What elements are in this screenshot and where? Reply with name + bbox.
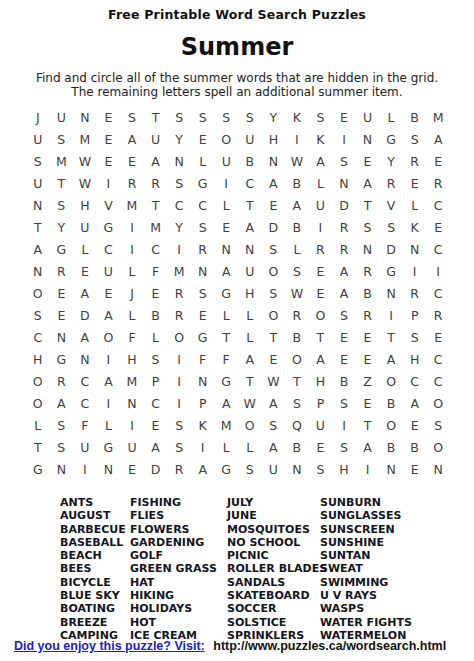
grid-cell: I xyxy=(332,414,356,436)
word-list-item: MOSQUITOES xyxy=(227,523,320,536)
grid-cell: U xyxy=(262,458,286,480)
grid-cell: U xyxy=(309,414,333,436)
grid-cell: E xyxy=(403,414,427,436)
grid-cell: A xyxy=(262,172,286,194)
grid-cell: U xyxy=(238,260,262,282)
grid-cell: T xyxy=(238,194,262,216)
grid-cell: S xyxy=(262,238,286,260)
grid-cell: H xyxy=(309,370,333,392)
grid-cell: L xyxy=(309,172,333,194)
grid-cell: K xyxy=(285,106,309,128)
footer: Did you enjoy this puzzle? Visit: http:/… xyxy=(14,639,446,653)
grid-cell: B xyxy=(285,216,309,238)
word-list-item: NO SCHOOL xyxy=(227,536,320,549)
grid-cell: A xyxy=(426,128,450,150)
site-header: Free Printable Word Search Puzzles xyxy=(0,0,474,22)
grid-cell: W xyxy=(285,150,309,172)
grid-cell: Y xyxy=(50,216,74,238)
word-list-item: BEES xyxy=(60,562,130,575)
word-list-item: SANDALS xyxy=(227,576,320,589)
grid-cell: R xyxy=(50,370,74,392)
grid-cell: U xyxy=(120,436,144,458)
grid-cell: Y xyxy=(379,150,403,172)
grid-cell: C xyxy=(144,238,168,260)
grid-cell: R xyxy=(167,458,191,480)
grid-cell: A xyxy=(26,238,50,260)
grid-cell: O xyxy=(26,282,50,304)
grid-cell: N xyxy=(379,282,403,304)
grid-cell: S xyxy=(238,106,262,128)
grid-cell: I xyxy=(73,458,97,480)
grid-cell: G xyxy=(379,260,403,282)
grid-cell: K xyxy=(191,414,215,436)
grid-cell: I xyxy=(97,348,121,370)
grid-cell: B xyxy=(332,370,356,392)
grid-cell: U xyxy=(26,128,50,150)
grid-cell: S xyxy=(403,326,427,348)
grid-cell: E xyxy=(332,326,356,348)
word-column: SUNBURNSUNGLASSESSUNSCREENSUNSHINESUNTAN… xyxy=(320,496,470,642)
word-list-item: GARDENING xyxy=(130,536,227,549)
grid-cell: V xyxy=(379,194,403,216)
word-list-item: SUNSHINE xyxy=(320,536,470,549)
grid-cell: T xyxy=(50,172,74,194)
grid-cell: L xyxy=(120,260,144,282)
grid-cell: A xyxy=(356,172,380,194)
grid-cell: R xyxy=(191,238,215,260)
grid-cell: N xyxy=(167,150,191,172)
grid-cell: W xyxy=(262,370,286,392)
grid-cell: N xyxy=(214,238,238,260)
grid-cell: I xyxy=(167,238,191,260)
grid-cell: C xyxy=(426,370,450,392)
grid-cell: A xyxy=(120,128,144,150)
grid-cell: S xyxy=(309,106,333,128)
grid-cell: C xyxy=(167,194,191,216)
word-list-item: WATER FIGHTS xyxy=(320,616,470,629)
word-list-item: BOATING xyxy=(60,602,130,615)
grid-cell: M xyxy=(214,414,238,436)
grid-cell: L xyxy=(214,194,238,216)
grid-cell: L xyxy=(97,414,121,436)
grid-cell: R xyxy=(332,216,356,238)
grid-cell: V xyxy=(97,194,121,216)
page-title: Summer xyxy=(0,33,474,61)
grid-cell: Y xyxy=(167,216,191,238)
word-list-item: PICNIC xyxy=(227,549,320,562)
grid-cell: T xyxy=(309,326,333,348)
word-column: JULYJUNEMOSQUITOESNO SCHOOLPICNICROLLER … xyxy=(227,496,320,642)
grid-cell: F xyxy=(144,260,168,282)
grid-cell: W xyxy=(238,392,262,414)
grid-cell: N xyxy=(238,238,262,260)
grid-cell: G xyxy=(191,172,215,194)
grid-cell: S xyxy=(332,392,356,414)
grid-cell: C xyxy=(426,238,450,260)
grid-cell: N xyxy=(356,238,380,260)
grid-cell: E xyxy=(73,260,97,282)
word-list-item: SUNTAN xyxy=(320,549,470,562)
grid-cell: I xyxy=(120,216,144,238)
grid-cell: E xyxy=(97,150,121,172)
grid-cell: O xyxy=(26,370,50,392)
grid-cell: A xyxy=(97,304,121,326)
grid-cell: S xyxy=(167,436,191,458)
instructions-line-1: Find and circle all of the summer words … xyxy=(0,72,474,86)
grid-cell: E xyxy=(356,348,380,370)
grid-cell: A xyxy=(309,348,333,370)
grid-cell: T xyxy=(144,106,168,128)
grid-cell: L xyxy=(379,106,403,128)
grid-cell: N xyxy=(403,238,427,260)
grid-cell: L xyxy=(73,238,97,260)
instructions: Find and circle all of the summer words … xyxy=(0,72,474,99)
grid-cell: O xyxy=(262,260,286,282)
word-list-item: BASEBALL xyxy=(60,536,130,549)
grid-cell: U xyxy=(356,106,380,128)
word-list-item: HIKING xyxy=(130,589,227,602)
grid-cell: T xyxy=(26,216,50,238)
grid-cell: E xyxy=(356,392,380,414)
grid-cell: I xyxy=(426,260,450,282)
grid-cell: U xyxy=(144,128,168,150)
grid-cell: T xyxy=(356,414,380,436)
word-list-item: SWEAT xyxy=(320,562,470,575)
word-list-item: BEACH xyxy=(60,549,130,562)
grid-cell: B xyxy=(285,172,309,194)
grid-cell: U xyxy=(97,260,121,282)
grid-cell: G xyxy=(214,370,238,392)
grid-cell: N xyxy=(26,260,50,282)
grid-cell: R xyxy=(426,172,450,194)
grid-cell: T xyxy=(26,436,50,458)
grid-cell: S xyxy=(285,260,309,282)
grid-cell: L xyxy=(238,436,262,458)
grid-cell: A xyxy=(332,260,356,282)
grid-cell: C xyxy=(144,392,168,414)
grid-cell: M xyxy=(120,194,144,216)
grid-cell: R xyxy=(167,282,191,304)
grid-cell: R xyxy=(426,304,450,326)
grid-cell: F xyxy=(214,348,238,370)
grid-cell: D xyxy=(73,304,97,326)
grid-cell: O xyxy=(426,436,450,458)
grid-cell: A xyxy=(73,326,97,348)
word-list-item: SOLSTICE xyxy=(227,616,320,629)
word-list-item: SUNSCREEN xyxy=(320,523,470,536)
word-list-item: U V RAYS xyxy=(320,589,470,602)
grid-cell: N xyxy=(120,392,144,414)
grid-cell: O xyxy=(262,304,286,326)
grid-cell: A xyxy=(262,392,286,414)
grid-cell: L xyxy=(214,304,238,326)
grid-cell: F xyxy=(73,414,97,436)
word-column: ANTSAUGUSTBARBECUEBASEBALLBEACHBEESBICYC… xyxy=(60,496,130,642)
grid-cell: A xyxy=(73,282,97,304)
grid-cell: L xyxy=(214,436,238,458)
grid-cell: A xyxy=(191,458,215,480)
grid-cell: D xyxy=(262,216,286,238)
grid-cell: P xyxy=(191,392,215,414)
grid-cell: H xyxy=(403,348,427,370)
grid-cell: E xyxy=(332,348,356,370)
grid-cell: B xyxy=(403,436,427,458)
word-list-item: HAT xyxy=(130,576,227,589)
grid-cell: S xyxy=(50,414,74,436)
grid-cell: O xyxy=(214,128,238,150)
grid-cell: H xyxy=(262,128,286,150)
grid-cell: S xyxy=(167,172,191,194)
grid-wrap: JUNESTSSSSYKSEULBMUSMEAUYEOUHIKINGSASMWE… xyxy=(0,106,474,480)
grid-cell: E xyxy=(356,150,380,172)
grid-cell: R xyxy=(356,304,380,326)
grid-cell: N xyxy=(379,458,403,480)
grid-cell: A xyxy=(309,150,333,172)
word-list-item: FLOWERS xyxy=(130,523,227,536)
grid-cell: B xyxy=(285,436,309,458)
grid-cell: O xyxy=(426,392,450,414)
grid-cell: S xyxy=(50,436,74,458)
grid-cell: E xyxy=(97,282,121,304)
grid-cell: O xyxy=(97,326,121,348)
word-list-item: JULY xyxy=(227,496,320,509)
grid-cell: O xyxy=(26,392,50,414)
word-list-item: AUGUST xyxy=(60,509,130,522)
grid-cell: U xyxy=(238,128,262,150)
grid-cell: N xyxy=(50,458,74,480)
grid-cell: S xyxy=(332,150,356,172)
grid-cell: A xyxy=(379,348,403,370)
grid-cell: R xyxy=(144,172,168,194)
grid-cell: E xyxy=(262,194,286,216)
grid-cell: A xyxy=(97,370,121,392)
word-list-item: BICYCLE xyxy=(60,576,130,589)
grid-cell: E xyxy=(191,304,215,326)
grid-cell: G xyxy=(26,458,50,480)
grid-cell: E xyxy=(120,150,144,172)
grid-cell: I xyxy=(356,458,380,480)
grid-cell: E xyxy=(191,128,215,150)
grid-cell: I xyxy=(332,128,356,150)
grid-cell: K xyxy=(309,128,333,150)
grid-cell: A xyxy=(144,436,168,458)
grid-cell: U xyxy=(73,216,97,238)
grid-cell: N xyxy=(97,458,121,480)
word-list-item: GOLF xyxy=(130,549,227,562)
grid-cell: A xyxy=(214,260,238,282)
grid-cell: A xyxy=(332,282,356,304)
grid-cell: E xyxy=(309,260,333,282)
grid-cell: H xyxy=(120,348,144,370)
grid-cell: M xyxy=(167,260,191,282)
grid-cell: I xyxy=(285,128,309,150)
word-search-grid: JUNESTSSSSYKSEULBMUSMEAUYEOUHIKINGSASMWE… xyxy=(26,106,450,480)
grid-cell: U xyxy=(214,150,238,172)
grid-cell: E xyxy=(309,282,333,304)
word-list-item: HOT xyxy=(130,616,227,629)
word-list: ANTSAUGUSTBARBECUEBASEBALLBEACHBEESBICYC… xyxy=(0,496,474,642)
grid-cell: S xyxy=(50,194,74,216)
grid-cell: U xyxy=(73,436,97,458)
grid-cell: I xyxy=(309,216,333,238)
grid-cell: N xyxy=(285,458,309,480)
grid-cell: Q xyxy=(285,414,309,436)
grid-cell: Y xyxy=(262,106,286,128)
grid-cell: K xyxy=(403,216,427,238)
grid-cell: E xyxy=(309,436,333,458)
grid-cell: H xyxy=(73,194,97,216)
grid-cell: C xyxy=(26,326,50,348)
grid-cell: S xyxy=(191,282,215,304)
word-column: FISHINGFLIESFLOWERSGARDENINGGOLFGREEN GR… xyxy=(130,496,227,642)
word-list-item: ANTS xyxy=(60,496,130,509)
word-list-item: BLUE SKY xyxy=(60,589,130,602)
grid-cell: L xyxy=(285,238,309,260)
grid-cell: E xyxy=(403,172,427,194)
grid-cell: O xyxy=(238,414,262,436)
grid-cell: C xyxy=(73,392,97,414)
grid-cell: S xyxy=(332,304,356,326)
grid-cell: I xyxy=(191,436,215,458)
grid-cell: E xyxy=(426,216,450,238)
grid-cell: R xyxy=(379,172,403,194)
grid-cell: A xyxy=(144,150,168,172)
grid-cell: G xyxy=(97,216,121,238)
grid-cell: I xyxy=(214,172,238,194)
grid-cell: S xyxy=(332,436,356,458)
grid-cell: C xyxy=(426,194,450,216)
grid-cell: M xyxy=(50,150,74,172)
grid-cell: E xyxy=(144,414,168,436)
grid-cell: P xyxy=(403,304,427,326)
grid-cell: T xyxy=(356,194,380,216)
grid-cell: I xyxy=(97,172,121,194)
word-list-item: BREEZE xyxy=(60,616,130,629)
grid-cell: G xyxy=(50,348,74,370)
grid-cell: C xyxy=(403,370,427,392)
grid-cell: N xyxy=(73,106,97,128)
grid-cell: R xyxy=(309,238,333,260)
grid-cell: R xyxy=(50,260,74,282)
grid-cell: S xyxy=(167,414,191,436)
grid-cell: G xyxy=(50,238,74,260)
grid-cell: O xyxy=(285,348,309,370)
grid-cell: H xyxy=(26,348,50,370)
grid-cell: D xyxy=(144,458,168,480)
grid-cell: E xyxy=(426,150,450,172)
grid-cell: I xyxy=(120,238,144,260)
grid-cell: W xyxy=(73,150,97,172)
footer-link[interactable]: Did you enjoy this puzzle? Visit: xyxy=(14,639,205,653)
grid-cell: G xyxy=(191,326,215,348)
grid-cell: R xyxy=(120,172,144,194)
grid-cell: M xyxy=(426,106,450,128)
grid-cell: N xyxy=(73,348,97,370)
grid-cell: C xyxy=(426,282,450,304)
grid-cell: L xyxy=(238,304,262,326)
word-list-item: SUNBURN xyxy=(320,496,470,509)
grid-cell: L xyxy=(238,326,262,348)
grid-cell: H xyxy=(332,458,356,480)
word-list-item: SWIMMING xyxy=(320,576,470,589)
grid-cell: E xyxy=(356,326,380,348)
grid-cell: O xyxy=(309,304,333,326)
grid-cell: S xyxy=(426,414,450,436)
grid-cell: B xyxy=(144,304,168,326)
grid-cell: T xyxy=(238,370,262,392)
grid-cell: A xyxy=(356,436,380,458)
grid-cell: B xyxy=(379,436,403,458)
grid-cell: A xyxy=(238,216,262,238)
grid-cell: E xyxy=(403,458,427,480)
grid-cell: E xyxy=(120,458,144,480)
grid-cell: J xyxy=(120,282,144,304)
word-list-item: ROLLER BLADES xyxy=(227,562,320,575)
grid-cell: S xyxy=(379,216,403,238)
grid-cell: C xyxy=(426,348,450,370)
grid-cell: T xyxy=(262,326,286,348)
grid-cell: O xyxy=(167,326,191,348)
grid-cell: G xyxy=(214,458,238,480)
grid-cell: T xyxy=(285,370,309,392)
grid-cell: I xyxy=(403,260,427,282)
grid-cell: U xyxy=(50,106,74,128)
grid-cell: E xyxy=(426,326,450,348)
grid-cell: U xyxy=(309,194,333,216)
word-list-item: WASPS xyxy=(320,602,470,615)
grid-cell: F xyxy=(120,326,144,348)
grid-cell: S xyxy=(356,216,380,238)
grid-cell: I xyxy=(97,392,121,414)
grid-cell: S xyxy=(144,348,168,370)
instructions-line-2: The remaining letters spell an additiona… xyxy=(0,86,474,100)
grid-cell: S xyxy=(262,414,286,436)
grid-cell: S xyxy=(26,150,50,172)
word-list-item: SKATEBOARD xyxy=(227,589,320,602)
grid-cell: A xyxy=(262,436,286,458)
grid-cell: S xyxy=(26,304,50,326)
grid-cell: T xyxy=(144,194,168,216)
grid-cell: N xyxy=(191,260,215,282)
grid-cell: B xyxy=(403,106,427,128)
grid-cell: I xyxy=(167,392,191,414)
grid-cell: D xyxy=(332,194,356,216)
grid-cell: B xyxy=(356,282,380,304)
grid-cell: E xyxy=(332,106,356,128)
grid-cell: S xyxy=(191,216,215,238)
grid-cell: E xyxy=(50,282,74,304)
grid-cell: I xyxy=(379,304,403,326)
grid-cell: Y xyxy=(167,128,191,150)
grid-cell: S xyxy=(285,392,309,414)
grid-cell: R xyxy=(285,304,309,326)
grid-cell: C xyxy=(97,238,121,260)
grid-cell: S xyxy=(167,106,191,128)
grid-cell: N xyxy=(262,150,286,172)
grid-cell: G xyxy=(379,128,403,150)
grid-cell: C xyxy=(238,172,262,194)
grid-cell: S xyxy=(50,128,74,150)
grid-cell: T xyxy=(214,326,238,348)
grid-cell: L xyxy=(403,194,427,216)
grid-cell: D xyxy=(379,238,403,260)
grid-cell: A xyxy=(403,392,427,414)
grid-cell: N xyxy=(50,326,74,348)
grid-cell: L xyxy=(26,414,50,436)
grid-cell: F xyxy=(191,348,215,370)
grid-cell: U xyxy=(26,172,50,194)
grid-cell: N xyxy=(426,458,450,480)
